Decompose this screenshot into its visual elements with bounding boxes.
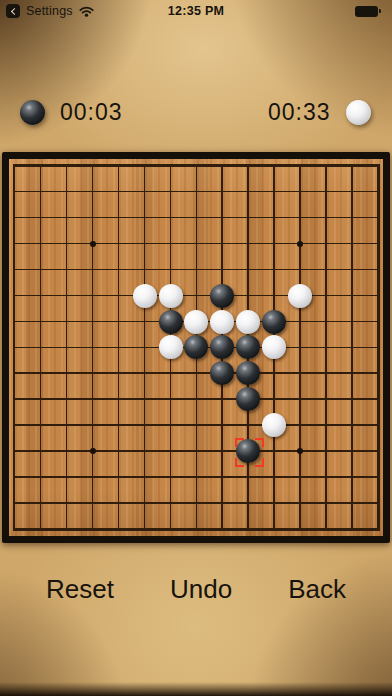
white-player-stone-icon xyxy=(346,100,371,125)
button-row: Reset Undo Back xyxy=(0,573,392,605)
white-stone xyxy=(159,335,183,359)
status-time: 12:35 PM xyxy=(0,4,392,18)
black-stone xyxy=(159,310,183,334)
star-point xyxy=(297,241,303,247)
stones-layer xyxy=(2,153,391,542)
app-screen: Settings 12:35 PM 00:03 00:33 Res xyxy=(0,0,392,696)
white-stone xyxy=(210,310,234,334)
undo-button[interactable]: Undo xyxy=(170,573,232,605)
star-point xyxy=(90,448,96,454)
gomoku-board[interactable] xyxy=(2,152,390,543)
board-wood-surface xyxy=(9,159,383,536)
black-stone xyxy=(184,335,208,359)
black-stone xyxy=(236,361,260,385)
battery-icon xyxy=(355,6,378,17)
black-stone xyxy=(210,361,234,385)
clock-row: 00:03 00:33 xyxy=(0,96,392,132)
reset-button[interactable]: Reset xyxy=(46,573,114,605)
white-stone xyxy=(184,310,208,334)
white-stone xyxy=(262,335,286,359)
black-stone xyxy=(236,335,260,359)
white-stone xyxy=(236,310,260,334)
white-clock: 00:33 xyxy=(268,99,330,126)
white-stone xyxy=(262,413,286,437)
star-point xyxy=(90,241,96,247)
black-stone xyxy=(210,284,234,308)
black-stone xyxy=(236,439,260,463)
back-button[interactable]: Back xyxy=(288,573,346,605)
black-stone xyxy=(262,310,286,334)
status-bar: Settings 12:35 PM xyxy=(0,0,392,22)
white-stone xyxy=(288,284,312,308)
black-player-stone-icon xyxy=(20,100,45,125)
black-clock: 00:03 xyxy=(60,99,122,126)
black-stone xyxy=(236,387,260,411)
star-point xyxy=(297,448,303,454)
black-stone xyxy=(210,335,234,359)
white-stone xyxy=(133,284,157,308)
white-stone xyxy=(159,284,183,308)
